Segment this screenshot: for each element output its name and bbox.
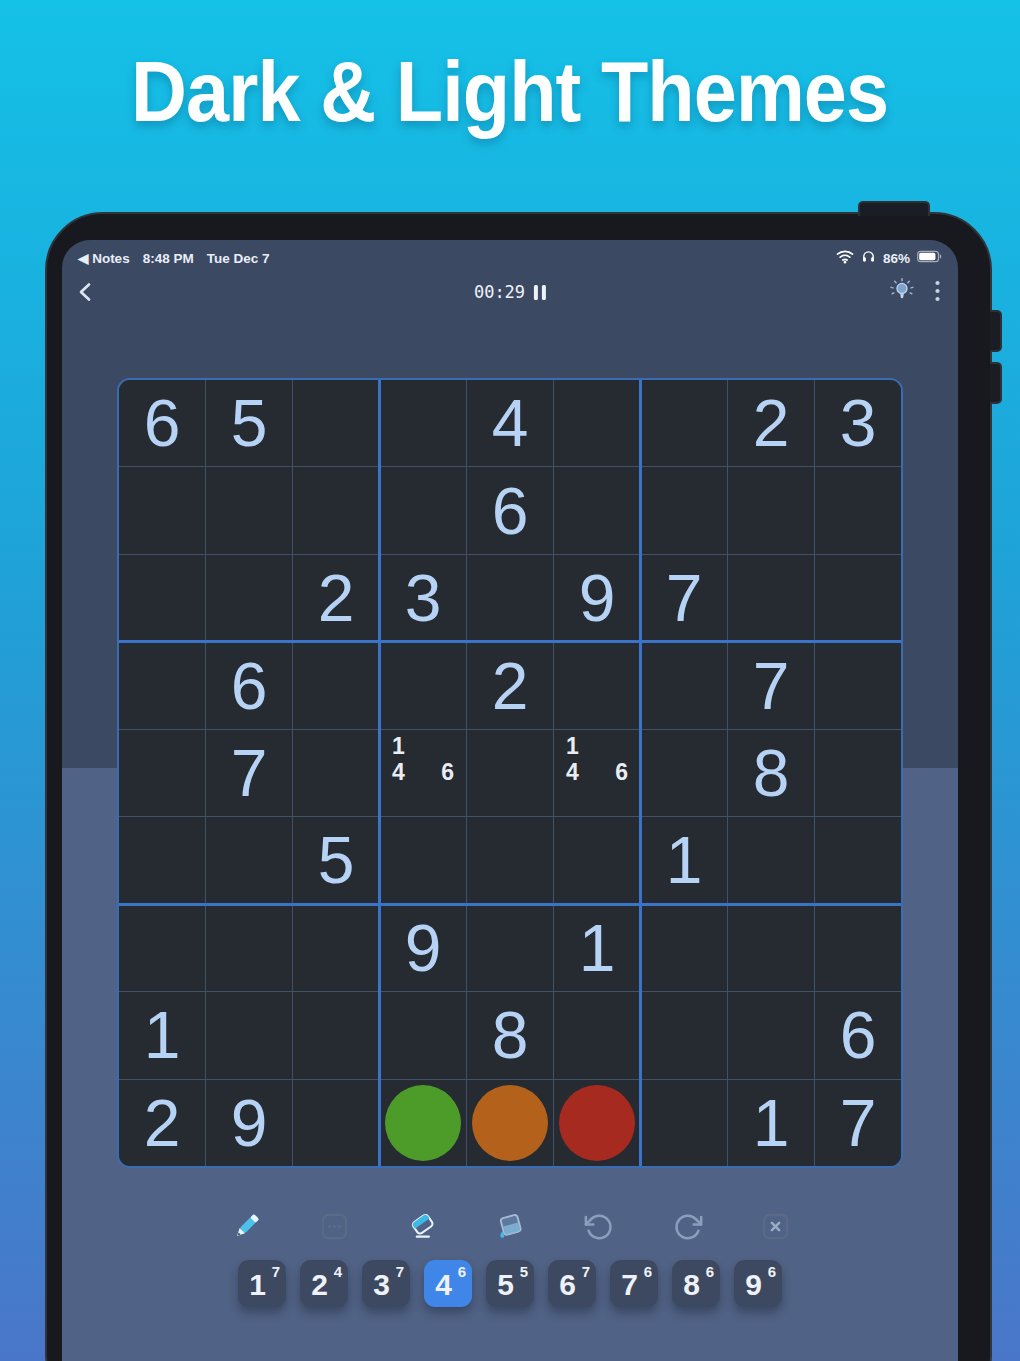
cell-r6c3[interactable]: 5 xyxy=(293,817,379,903)
digit: 6 xyxy=(492,478,529,544)
orange-mark-circle xyxy=(472,1085,548,1161)
cell-r2c3[interactable] xyxy=(293,467,379,553)
cell-r4c6[interactable] xyxy=(554,642,640,728)
headphones-icon xyxy=(861,249,876,267)
cell-r6c6[interactable] xyxy=(554,817,640,903)
cell-r7c7[interactable] xyxy=(641,905,727,991)
numpad-remaining-count: 6 xyxy=(644,1264,652,1279)
cell-r9c8[interactable]: 1 xyxy=(728,1080,814,1166)
battery-percent: 86% xyxy=(883,251,910,266)
nav-bar: 00:29 xyxy=(62,274,958,312)
cell-r4c3[interactable] xyxy=(293,642,379,728)
cell-r9c5[interactable] xyxy=(467,1080,553,1166)
cell-r6c7[interactable]: 1 xyxy=(641,817,727,903)
cell-r4c7[interactable] xyxy=(641,642,727,728)
clear-cell-icon xyxy=(760,1211,791,1245)
numpad-key-9[interactable]: 96 xyxy=(734,1260,782,1307)
marketing-page: Dark & Light Themes ◀ Notes 8:48 PM Tue … xyxy=(0,0,1020,1361)
cell-r5c7[interactable] xyxy=(641,730,727,816)
pencil-icon xyxy=(230,1210,263,1246)
pause-icon xyxy=(534,285,546,300)
cell-r2c9[interactable] xyxy=(815,467,901,553)
cell-r3c8[interactable] xyxy=(728,555,814,641)
digit: 4 xyxy=(492,390,529,456)
cell-r9c6[interactable] xyxy=(554,1080,640,1166)
numpad-digit: 3 xyxy=(373,1270,390,1300)
cell-r1c2[interactable]: 5 xyxy=(206,380,292,466)
cell-r9c4[interactable] xyxy=(380,1080,466,1166)
digit: 5 xyxy=(318,827,355,893)
cell-r3c6[interactable]: 9 xyxy=(554,555,640,641)
cell-r9c1[interactable]: 2 xyxy=(119,1080,205,1166)
status-date: Tue Dec 7 xyxy=(207,251,270,266)
cell-r7c4[interactable]: 9 xyxy=(380,905,466,991)
cell-r6c9[interactable] xyxy=(815,817,901,903)
cell-r1c3[interactable] xyxy=(293,380,379,466)
back-chevron-icon xyxy=(74,280,98,307)
cell-r1c4[interactable] xyxy=(380,380,466,466)
pencil-tool-button[interactable] xyxy=(228,1210,264,1246)
cell-r5c8[interactable]: 8 xyxy=(728,730,814,816)
numpad-remaining-count: 6 xyxy=(458,1264,466,1279)
numpad-key-2[interactable]: 24 xyxy=(300,1260,348,1307)
numpad-key-6[interactable]: 67 xyxy=(548,1260,596,1307)
cell-r8c9[interactable]: 6 xyxy=(815,992,901,1078)
cell-r9c3[interactable] xyxy=(293,1080,379,1166)
numpad-key-1[interactable]: 17 xyxy=(238,1260,286,1307)
numpad-remaining-count: 7 xyxy=(582,1264,590,1279)
cell-r5c4[interactable]: 146 xyxy=(380,730,466,816)
digit: 7 xyxy=(753,653,790,719)
digit: 7 xyxy=(666,565,703,631)
timer-group: 00:29 xyxy=(474,282,546,302)
cell-r1c8[interactable]: 2 xyxy=(728,380,814,466)
cell-r3c3[interactable]: 2 xyxy=(293,555,379,641)
cell-r4c5[interactable]: 2 xyxy=(467,642,553,728)
numpad-remaining-count: 7 xyxy=(272,1264,280,1279)
numpad-digit: 8 xyxy=(683,1270,700,1300)
cell-r4c9[interactable] xyxy=(815,642,901,728)
numpad-remaining-count: 6 xyxy=(706,1264,714,1279)
numpad: 172437465567768696 xyxy=(238,1260,782,1307)
cell-r2c5[interactable]: 6 xyxy=(467,467,553,553)
cell-r1c9[interactable]: 3 xyxy=(815,380,901,466)
numpad-key-4[interactable]: 46 xyxy=(424,1260,472,1307)
digit: 2 xyxy=(753,390,790,456)
digit: 9 xyxy=(579,565,616,631)
clear-cell-button[interactable] xyxy=(758,1210,794,1246)
redo-button[interactable] xyxy=(670,1210,706,1246)
cell-r2c4[interactable] xyxy=(380,467,466,553)
cell-r8c7[interactable] xyxy=(641,992,727,1078)
digit: 6 xyxy=(144,390,181,456)
sudoku-board: 65423623976277146146851911862917 xyxy=(119,380,901,1166)
cell-r6c5[interactable] xyxy=(467,817,553,903)
cell-r8c5[interactable]: 8 xyxy=(467,992,553,1078)
cell-r5c2[interactable]: 7 xyxy=(206,730,292,816)
digit: 9 xyxy=(405,915,442,981)
cell-r5c5[interactable] xyxy=(467,730,553,816)
pause-button[interactable] xyxy=(534,285,546,300)
digit: 1 xyxy=(579,915,616,981)
page-title: Dark & Light Themes xyxy=(0,42,1020,141)
red-mark-circle xyxy=(559,1085,635,1161)
cell-r1c6[interactable] xyxy=(554,380,640,466)
cell-r5c1[interactable] xyxy=(119,730,205,816)
cell-r3c1[interactable] xyxy=(119,555,205,641)
undo-button[interactable] xyxy=(581,1210,617,1246)
numpad-digit: 2 xyxy=(311,1270,328,1300)
digit: 3 xyxy=(840,390,877,456)
color-fill-tool-button[interactable] xyxy=(493,1210,529,1246)
wifi-icon xyxy=(836,249,854,267)
cell-r7c1[interactable] xyxy=(119,905,205,991)
cell-r6c4[interactable] xyxy=(380,817,466,903)
digit: 1 xyxy=(753,1090,790,1156)
tablet-top-button xyxy=(858,201,930,216)
cell-r8c3[interactable] xyxy=(293,992,379,1078)
tablet-volume-down-button xyxy=(990,362,1002,404)
cell-r4c2[interactable]: 6 xyxy=(206,642,292,728)
eraser-icon xyxy=(406,1210,439,1246)
cell-r8c4[interactable] xyxy=(380,992,466,1078)
cell-r5c6[interactable]: 146 xyxy=(554,730,640,816)
cell-r6c8[interactable] xyxy=(728,817,814,903)
numpad-key-3[interactable]: 37 xyxy=(362,1260,410,1307)
status-time: 8:48 PM xyxy=(143,251,194,266)
numpad-key-7[interactable]: 76 xyxy=(610,1260,658,1307)
cell-r4c4[interactable] xyxy=(380,642,466,728)
cell-r7c6[interactable]: 1 xyxy=(554,905,640,991)
digit: 6 xyxy=(231,653,268,719)
battery-icon xyxy=(917,250,942,266)
numpad-remaining-count: 6 xyxy=(768,1264,776,1279)
cell-r7c5[interactable] xyxy=(467,905,553,991)
cell-r7c8[interactable] xyxy=(728,905,814,991)
digit: 3 xyxy=(405,565,442,631)
cell-r3c9[interactable] xyxy=(815,555,901,641)
back-to-app-link[interactable]: ◀ Notes xyxy=(78,250,130,266)
cell-r1c1[interactable]: 6 xyxy=(119,380,205,466)
digit: 2 xyxy=(318,565,355,631)
digit: 5 xyxy=(231,390,268,456)
menu-dots-icon xyxy=(933,279,942,306)
numpad-key-5[interactable]: 55 xyxy=(486,1260,534,1307)
cell-r8c2[interactable] xyxy=(206,992,292,1078)
cell-r2c6[interactable] xyxy=(554,467,640,553)
digit: 6 xyxy=(840,1002,877,1068)
cell-r6c1[interactable] xyxy=(119,817,205,903)
numpad-key-8[interactable]: 86 xyxy=(672,1260,720,1307)
cell-r7c3[interactable] xyxy=(293,905,379,991)
digit: 8 xyxy=(753,740,790,806)
cell-r7c9[interactable] xyxy=(815,905,901,991)
numpad-digit: 5 xyxy=(497,1270,514,1300)
back-button[interactable] xyxy=(74,280,98,307)
cell-r3c5[interactable] xyxy=(467,555,553,641)
hint-bulb-icon xyxy=(887,276,917,309)
green-mark-circle xyxy=(385,1085,461,1161)
timer-value: 00:29 xyxy=(474,282,525,302)
digit: 9 xyxy=(231,1090,268,1156)
menu-button[interactable] xyxy=(933,279,942,306)
eraser-tool-button[interactable] xyxy=(405,1210,441,1246)
numpad-digit: 9 xyxy=(745,1270,762,1300)
cell-r9c7[interactable] xyxy=(641,1080,727,1166)
numpad-remaining-count: 5 xyxy=(520,1264,528,1279)
cell-r2c2[interactable] xyxy=(206,467,292,553)
cell-r6c2[interactable] xyxy=(206,817,292,903)
cell-r7c2[interactable] xyxy=(206,905,292,991)
cell-r5c9[interactable] xyxy=(815,730,901,816)
digit: 2 xyxy=(144,1090,181,1156)
nav-right xyxy=(887,276,942,309)
digit: 7 xyxy=(231,740,268,806)
numpad-digit: 1 xyxy=(249,1270,266,1300)
numpad-remaining-count: 4 xyxy=(334,1264,342,1279)
cell-r1c7[interactable] xyxy=(641,380,727,466)
notes-icon xyxy=(319,1211,350,1245)
status-left: ◀ Notes 8:48 PM Tue Dec 7 xyxy=(78,250,269,266)
numpad-remaining-count: 7 xyxy=(396,1264,404,1279)
toolbar xyxy=(228,1208,794,1248)
color-fill-icon xyxy=(494,1210,527,1246)
app-screen: ◀ Notes 8:48 PM Tue Dec 7 86% xyxy=(62,240,958,1361)
numpad-digit: 6 xyxy=(559,1270,576,1300)
cell-r5c3[interactable] xyxy=(293,730,379,816)
tablet-volume-up-button xyxy=(990,310,1002,352)
cell-r4c8[interactable]: 7 xyxy=(728,642,814,728)
numpad-digit: 7 xyxy=(621,1270,638,1300)
status-right: 86% xyxy=(836,249,942,267)
pencil-marks: 146 xyxy=(560,733,634,813)
digit: 7 xyxy=(840,1090,877,1156)
undo-icon xyxy=(584,1212,614,1245)
notes-tool-button[interactable] xyxy=(316,1210,352,1246)
cell-r3c2[interactable] xyxy=(206,555,292,641)
cell-r4c1[interactable] xyxy=(119,642,205,728)
cell-r1c5[interactable]: 4 xyxy=(467,380,553,466)
cell-r9c9[interactable]: 7 xyxy=(815,1080,901,1166)
digit: 1 xyxy=(666,827,703,893)
cell-r2c8[interactable] xyxy=(728,467,814,553)
digit: 1 xyxy=(144,1002,181,1068)
cell-r8c6[interactable] xyxy=(554,992,640,1078)
cell-r3c4[interactable]: 3 xyxy=(380,555,466,641)
digit: 8 xyxy=(492,1002,529,1068)
cell-r2c1[interactable] xyxy=(119,467,205,553)
cell-r2c7[interactable] xyxy=(641,467,727,553)
page-title-text: Dark & Light Themes xyxy=(131,42,888,141)
pencil-marks: 146 xyxy=(386,733,460,813)
sudoku-board-frame: 65423623976277146146851911862917 xyxy=(117,378,903,1168)
digit: 2 xyxy=(492,653,529,719)
cell-r8c1[interactable]: 1 xyxy=(119,992,205,1078)
cell-r8c8[interactable] xyxy=(728,992,814,1078)
status-bar: ◀ Notes 8:48 PM Tue Dec 7 86% xyxy=(62,246,958,270)
tablet-frame: ◀ Notes 8:48 PM Tue Dec 7 86% xyxy=(45,212,992,1361)
cell-r9c2[interactable]: 9 xyxy=(206,1080,292,1166)
redo-icon xyxy=(673,1212,703,1245)
cell-r3c7[interactable]: 7 xyxy=(641,555,727,641)
numpad-digit: 4 xyxy=(435,1270,452,1300)
hint-button[interactable] xyxy=(887,276,917,309)
